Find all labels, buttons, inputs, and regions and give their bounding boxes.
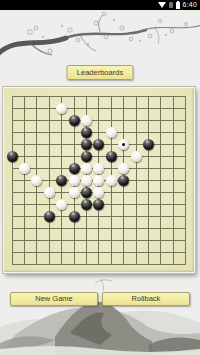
board-cell[interactable] (118, 234, 130, 246)
no-sim-icon (169, 2, 173, 8)
board-cell[interactable] (56, 150, 68, 162)
board-cell[interactable] (80, 138, 92, 150)
board-cell[interactable] (180, 126, 192, 138)
board-cell[interactable] (68, 210, 80, 222)
board-cell[interactable] (167, 90, 179, 102)
board-cell[interactable] (142, 162, 154, 174)
board-cell[interactable] (142, 174, 154, 186)
black-stone (7, 151, 18, 162)
board-cell[interactable] (80, 114, 92, 126)
board-cell[interactable] (180, 186, 192, 198)
board-cell[interactable] (43, 246, 55, 258)
board-cell[interactable] (6, 150, 18, 162)
board-cell[interactable] (18, 174, 30, 186)
board-cell[interactable] (142, 222, 154, 234)
board-cell[interactable] (142, 138, 154, 150)
black-stone (81, 151, 92, 162)
board-cell[interactable] (93, 162, 105, 174)
board-cell[interactable] (93, 234, 105, 246)
board-cell[interactable] (130, 150, 142, 162)
wifi-icon (158, 2, 166, 8)
board-cell[interactable] (80, 162, 92, 174)
board-cell[interactable] (105, 90, 117, 102)
board-cell[interactable] (43, 174, 55, 186)
board-cell[interactable] (6, 138, 18, 150)
board-cell[interactable] (6, 258, 18, 270)
board-cell[interactable] (31, 126, 43, 138)
board-cell[interactable] (43, 258, 55, 270)
board-cell[interactable] (155, 126, 167, 138)
board-cell[interactable] (18, 186, 30, 198)
board-cell[interactable] (142, 246, 154, 258)
board-cell[interactable] (155, 222, 167, 234)
board-cell[interactable] (180, 258, 192, 270)
board-cell[interactable] (142, 114, 154, 126)
board-cell[interactable] (18, 114, 30, 126)
board-cell[interactable] (80, 258, 92, 270)
gomoku-board-grid (6, 90, 192, 270)
board-cell[interactable] (43, 210, 55, 222)
board-cell[interactable] (56, 102, 68, 114)
board-cell[interactable] (68, 246, 80, 258)
board-cell[interactable] (118, 114, 130, 126)
board-cell[interactable] (6, 186, 18, 198)
board-cell[interactable] (43, 126, 55, 138)
board-cell[interactable] (56, 114, 68, 126)
board-cell[interactable] (93, 174, 105, 186)
board-cell[interactable] (80, 102, 92, 114)
board-cell[interactable] (68, 198, 80, 210)
white-stone (106, 175, 117, 186)
board-cell[interactable] (68, 234, 80, 246)
white-stone (81, 115, 92, 126)
board-cell[interactable] (68, 162, 80, 174)
board-cell[interactable] (18, 150, 30, 162)
black-stone (69, 211, 80, 222)
black-stone (93, 199, 104, 210)
board-cell[interactable] (6, 234, 18, 246)
board-cell[interactable] (180, 150, 192, 162)
board-cell[interactable] (18, 102, 30, 114)
board-cell[interactable] (6, 90, 18, 102)
board-cell[interactable] (167, 102, 179, 114)
board-cell[interactable] (68, 174, 80, 186)
board-cell[interactable] (93, 138, 105, 150)
white-stone (106, 127, 117, 138)
board-cell[interactable] (43, 90, 55, 102)
board-cell[interactable] (118, 198, 130, 210)
battery-icon (176, 2, 180, 9)
white-stone (31, 175, 42, 186)
status-time: 6:40 (183, 0, 197, 10)
board-cell[interactable] (167, 138, 179, 150)
board-cell[interactable] (43, 234, 55, 246)
board-cell[interactable] (155, 246, 167, 258)
board-cell[interactable] (142, 198, 154, 210)
board-cell[interactable] (93, 210, 105, 222)
board-cell[interactable] (167, 174, 179, 186)
board-cell[interactable] (31, 138, 43, 150)
board-cell[interactable] (56, 258, 68, 270)
board-cell[interactable] (31, 234, 43, 246)
board-cell[interactable] (130, 90, 142, 102)
board-cell[interactable] (167, 114, 179, 126)
board-cell[interactable] (18, 258, 30, 270)
board-cell[interactable] (142, 150, 154, 162)
board-cell[interactable] (105, 114, 117, 126)
board-cell[interactable] (105, 186, 117, 198)
board-cell[interactable] (18, 222, 30, 234)
board-cell[interactable] (142, 102, 154, 114)
board-cell[interactable] (180, 114, 192, 126)
board-cell[interactable] (68, 222, 80, 234)
board-cell[interactable] (167, 222, 179, 234)
board-cell[interactable] (31, 186, 43, 198)
white-stone (118, 163, 129, 174)
board-cell[interactable] (56, 234, 68, 246)
board-cell[interactable] (56, 222, 68, 234)
new-game-button[interactable]: New Game (10, 292, 98, 306)
black-stone (81, 139, 92, 150)
board-cell[interactable] (105, 234, 117, 246)
board-cell[interactable] (31, 162, 43, 174)
board-cell[interactable] (167, 246, 179, 258)
board-cell[interactable] (155, 210, 167, 222)
black-stone (81, 187, 92, 198)
board-cell[interactable] (31, 222, 43, 234)
black-stone (93, 139, 104, 150)
board-cell[interactable] (105, 174, 117, 186)
board-cell[interactable] (43, 150, 55, 162)
board-cell[interactable] (6, 222, 18, 234)
black-stone (56, 175, 67, 186)
board-cell[interactable] (31, 258, 43, 270)
status-bar: 6:40 (0, 0, 200, 10)
board-cell[interactable] (18, 234, 30, 246)
board-cell[interactable] (18, 246, 30, 258)
board-cell[interactable] (142, 258, 154, 270)
board-cell[interactable] (43, 162, 55, 174)
black-stone (118, 175, 129, 186)
board-cell[interactable] (142, 90, 154, 102)
board-cell[interactable] (56, 90, 68, 102)
board-cell[interactable] (180, 102, 192, 114)
board-cell[interactable] (118, 90, 130, 102)
board-cell[interactable] (118, 210, 130, 222)
board-cell[interactable] (43, 138, 55, 150)
board-cell[interactable] (155, 138, 167, 150)
board-cell[interactable] (43, 186, 55, 198)
board-cell[interactable] (68, 138, 80, 150)
board-cell[interactable] (130, 210, 142, 222)
board-cell[interactable] (6, 198, 18, 210)
board-cell[interactable] (68, 186, 80, 198)
board-cell[interactable] (142, 210, 154, 222)
board-cell[interactable] (6, 126, 18, 138)
board-cell[interactable] (18, 210, 30, 222)
board-cell[interactable] (56, 174, 68, 186)
board-cell[interactable] (80, 246, 92, 258)
board-cell[interactable] (105, 162, 117, 174)
board-cell[interactable] (56, 138, 68, 150)
board-cell[interactable] (167, 210, 179, 222)
board-cell[interactable] (118, 258, 130, 270)
black-stone (81, 127, 92, 138)
board-cell[interactable] (155, 114, 167, 126)
board-cell[interactable] (180, 210, 192, 222)
board-cell[interactable] (180, 246, 192, 258)
board-cell[interactable] (118, 126, 130, 138)
board-cell[interactable] (167, 198, 179, 210)
white-stone (93, 175, 104, 186)
white-stone (93, 163, 104, 174)
board-cell[interactable] (142, 186, 154, 198)
board-cell[interactable] (130, 126, 142, 138)
board-cell[interactable] (31, 246, 43, 258)
board-cell[interactable] (167, 150, 179, 162)
board-cell[interactable] (155, 186, 167, 198)
board-cell[interactable] (105, 150, 117, 162)
board-cell[interactable] (105, 246, 117, 258)
last-move-marker (122, 143, 125, 146)
white-stone (19, 163, 30, 174)
board-cell[interactable] (93, 126, 105, 138)
board-cell[interactable] (118, 174, 130, 186)
board-cell[interactable] (118, 246, 130, 258)
board-cell[interactable] (43, 102, 55, 114)
board-cell[interactable] (93, 150, 105, 162)
board-cell[interactable] (155, 198, 167, 210)
rollback-button[interactable]: Rollback (102, 292, 190, 306)
board-cell[interactable] (80, 186, 92, 198)
board-cell[interactable] (80, 174, 92, 186)
black-stone (143, 139, 154, 150)
white-stone (131, 151, 142, 162)
white-stone (93, 187, 104, 198)
plum-branch-art (0, 10, 200, 64)
board-cell[interactable] (68, 126, 80, 138)
board-cell[interactable] (167, 126, 179, 138)
board-cell[interactable] (93, 246, 105, 258)
board-cell[interactable] (167, 162, 179, 174)
action-bar: New Game Rollback (10, 292, 190, 306)
board-cell[interactable] (105, 258, 117, 270)
board-cell[interactable] (155, 90, 167, 102)
board-cell[interactable] (93, 258, 105, 270)
board-cell[interactable] (155, 102, 167, 114)
gomoku-board[interactable] (3, 87, 195, 273)
board-cell[interactable] (68, 102, 80, 114)
board-cell[interactable] (80, 222, 92, 234)
board-cell[interactable] (56, 210, 68, 222)
board-cell[interactable] (118, 162, 130, 174)
board-cell[interactable] (118, 102, 130, 114)
board-cell[interactable] (167, 258, 179, 270)
board-cell[interactable] (167, 186, 179, 198)
board-cell[interactable] (80, 234, 92, 246)
white-stone (81, 163, 92, 174)
board-cell[interactable] (93, 102, 105, 114)
board-cell[interactable] (180, 174, 192, 186)
board-cell[interactable] (31, 102, 43, 114)
white-stone (69, 187, 80, 198)
board-cell[interactable] (142, 234, 154, 246)
white-stone (69, 175, 80, 186)
board-cell[interactable] (18, 198, 30, 210)
board-cell[interactable] (105, 222, 117, 234)
board-cell[interactable] (80, 126, 92, 138)
board-cell[interactable] (6, 102, 18, 114)
board-cell[interactable] (93, 198, 105, 210)
board-cell[interactable] (18, 90, 30, 102)
board-cell[interactable] (43, 114, 55, 126)
board-cell[interactable] (118, 150, 130, 162)
board-cell[interactable] (155, 174, 167, 186)
board-cell[interactable] (31, 114, 43, 126)
board-cell[interactable] (18, 126, 30, 138)
board-cell[interactable] (6, 174, 18, 186)
board-cell[interactable] (130, 174, 142, 186)
board-cell[interactable] (142, 126, 154, 138)
board-cell[interactable] (56, 162, 68, 174)
board-cell[interactable] (130, 258, 142, 270)
board-cell[interactable] (130, 102, 142, 114)
board-cell[interactable] (118, 138, 130, 150)
white-stone (118, 139, 129, 150)
mountain-art (0, 275, 200, 355)
board-cell[interactable] (130, 198, 142, 210)
board-cell[interactable] (80, 198, 92, 210)
board-cell[interactable] (118, 222, 130, 234)
white-stone (56, 103, 67, 114)
board-cell[interactable] (105, 138, 117, 150)
board-cell[interactable] (93, 90, 105, 102)
board-cell[interactable] (130, 138, 142, 150)
board-cell[interactable] (80, 150, 92, 162)
black-stone (44, 211, 55, 222)
board-cell[interactable] (56, 246, 68, 258)
board-cell[interactable] (56, 198, 68, 210)
board-cell[interactable] (18, 138, 30, 150)
board-cell[interactable] (56, 186, 68, 198)
board-cell[interactable] (31, 150, 43, 162)
black-stone (69, 115, 80, 126)
board-cell[interactable] (80, 90, 92, 102)
board-cell[interactable] (105, 126, 117, 138)
board-cell[interactable] (167, 234, 179, 246)
white-stone (56, 199, 67, 210)
board-cell[interactable] (93, 222, 105, 234)
board-cell[interactable] (43, 222, 55, 234)
board-cell[interactable] (6, 210, 18, 222)
board-cell[interactable] (31, 90, 43, 102)
board-cell[interactable] (31, 198, 43, 210)
board-cell[interactable] (155, 150, 167, 162)
white-stone (44, 187, 55, 198)
board-cell[interactable] (93, 186, 105, 198)
board-cell[interactable] (105, 102, 117, 114)
board-cell[interactable] (130, 114, 142, 126)
board-cell[interactable] (105, 198, 117, 210)
board-cell[interactable] (93, 114, 105, 126)
board-cell[interactable] (180, 234, 192, 246)
board-cell[interactable] (155, 258, 167, 270)
white-stone (81, 175, 92, 186)
board-cell[interactable] (130, 222, 142, 234)
board-cell[interactable] (105, 210, 117, 222)
board-cell[interactable] (180, 90, 192, 102)
board-cell[interactable] (68, 258, 80, 270)
board-cell[interactable] (155, 234, 167, 246)
board-cell[interactable] (130, 186, 142, 198)
board-cell[interactable] (31, 210, 43, 222)
board-cell[interactable] (6, 114, 18, 126)
board-cell[interactable] (31, 174, 43, 186)
board-cell[interactable] (155, 162, 167, 174)
leaderboards-button[interactable]: Leaderboards (67, 65, 134, 80)
board-cell[interactable] (180, 162, 192, 174)
board-cell[interactable] (68, 114, 80, 126)
board-cell[interactable] (180, 138, 192, 150)
board-cell[interactable] (130, 234, 142, 246)
board-cell[interactable] (180, 198, 192, 210)
black-stone (69, 163, 80, 174)
board-cell[interactable] (130, 162, 142, 174)
board-cell[interactable] (68, 150, 80, 162)
black-stone (81, 199, 92, 210)
board-cell[interactable] (80, 210, 92, 222)
board-cell[interactable] (56, 126, 68, 138)
board-cell[interactable] (6, 246, 18, 258)
board-cell[interactable] (18, 162, 30, 174)
board-cell[interactable] (68, 90, 80, 102)
board-cell[interactable] (130, 246, 142, 258)
board-cell[interactable] (118, 186, 130, 198)
board-cell[interactable] (43, 198, 55, 210)
board-cell[interactable] (180, 222, 192, 234)
black-stone (106, 151, 117, 162)
board-cell[interactable] (6, 162, 18, 174)
